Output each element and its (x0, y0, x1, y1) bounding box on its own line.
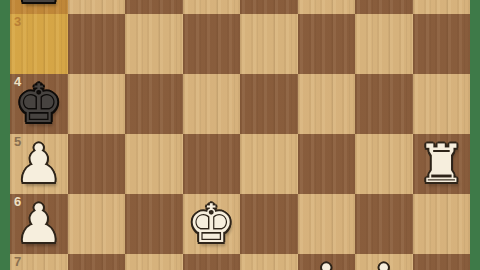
square-a4[interactable] (413, 74, 471, 134)
square-h3[interactable]: 3 (10, 14, 68, 74)
square-a6[interactable] (413, 194, 471, 254)
square-g7[interactable] (68, 254, 126, 270)
rank-label-7: 7 (14, 255, 21, 269)
square-h6[interactable]: 6♟ (10, 194, 68, 254)
rank-label-5: 5 (14, 135, 21, 149)
square-e2[interactable] (183, 0, 241, 14)
square-c5[interactable] (298, 134, 356, 194)
square-g6[interactable] (68, 194, 126, 254)
square-d3[interactable] (240, 14, 298, 74)
square-e6[interactable]: ♚ (183, 194, 241, 254)
square-c6[interactable] (298, 194, 356, 254)
black-pawn[interactable]: ♟ (10, 0, 68, 14)
square-h7[interactable]: 7 (10, 254, 68, 270)
square-d4[interactable] (240, 74, 298, 134)
square-d5[interactable] (240, 134, 298, 194)
square-g4[interactable] (68, 74, 126, 134)
white-king[interactable]: ♚ (183, 194, 241, 254)
rank-label-4: 4 (14, 75, 21, 89)
square-d6[interactable] (240, 194, 298, 254)
square-e4[interactable] (183, 74, 241, 134)
square-b5[interactable] (355, 134, 413, 194)
square-b2[interactable] (355, 0, 413, 14)
square-b6[interactable] (355, 194, 413, 254)
square-g3[interactable] (68, 14, 126, 74)
square-f7[interactable] (125, 254, 183, 270)
square-g5[interactable] (68, 134, 126, 194)
square-f4[interactable] (125, 74, 183, 134)
rank-label-6: 6 (14, 195, 21, 209)
square-c3[interactable] (298, 14, 356, 74)
square-f6[interactable] (125, 194, 183, 254)
square-h5[interactable]: 5♟ (10, 134, 68, 194)
square-d7[interactable] (240, 254, 298, 270)
square-d2[interactable] (240, 0, 298, 14)
square-c7[interactable]: ♟ (298, 254, 356, 270)
square-a5[interactable]: ♜ (413, 134, 471, 194)
square-f5[interactable] (125, 134, 183, 194)
chess-board: ♟34♚5♟♜6♟♚7♟♟ (10, 0, 470, 270)
square-e7[interactable] (183, 254, 241, 270)
square-h4[interactable]: 4♚ (10, 74, 68, 134)
square-f2[interactable] (125, 0, 183, 14)
white-pawn[interactable]: ♟ (355, 254, 413, 270)
square-a7[interactable] (413, 254, 471, 270)
square-b4[interactable] (355, 74, 413, 134)
white-rook[interactable]: ♜ (413, 134, 471, 194)
square-c2[interactable] (298, 0, 356, 14)
square-b3[interactable] (355, 14, 413, 74)
square-e5[interactable] (183, 134, 241, 194)
video-frame: ♟34♚5♟♜6♟♚7♟♟ (0, 0, 480, 270)
square-g2[interactable] (68, 0, 126, 14)
white-pawn[interactable]: ♟ (298, 254, 356, 270)
square-c4[interactable] (298, 74, 356, 134)
square-h2[interactable]: ♟ (10, 0, 68, 14)
square-f3[interactable] (125, 14, 183, 74)
square-e3[interactable] (183, 14, 241, 74)
square-b7[interactable]: ♟ (355, 254, 413, 270)
rank-label-3: 3 (14, 15, 21, 29)
square-a2[interactable] (413, 0, 471, 14)
square-a3[interactable] (413, 14, 471, 74)
